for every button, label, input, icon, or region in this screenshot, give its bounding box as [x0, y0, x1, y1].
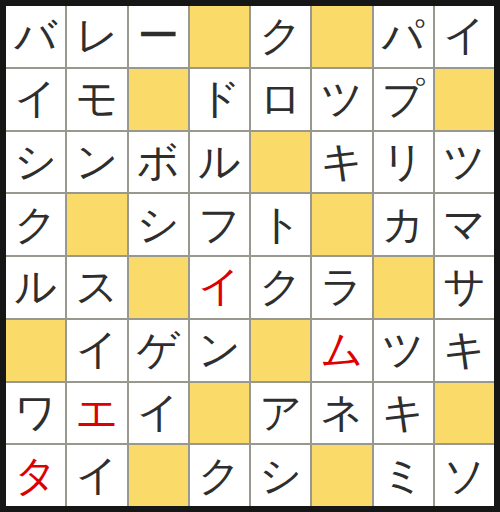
block-cell-r4c2: [67, 194, 126, 255]
letter-cell-r3c6[interactable]: キ: [312, 132, 371, 193]
letter-cell-r5c6[interactable]: ラ: [312, 257, 371, 318]
block-cell-r7c4: [190, 383, 249, 444]
letter-cell-r8c1[interactable]: タ: [6, 445, 65, 506]
letter-cell-r6c4[interactable]: ン: [190, 320, 249, 381]
letter-cell-r6c3[interactable]: ゲ: [129, 320, 188, 381]
block-cell-r1c6: [312, 6, 371, 67]
block-cell-r6c5: [251, 320, 310, 381]
letter-cell-r5c5[interactable]: ク: [251, 257, 310, 318]
letter-cell-r5c4[interactable]: イ: [190, 257, 249, 318]
letter-cell-r7c2[interactable]: エ: [67, 383, 126, 444]
letter-cell-r8c8[interactable]: ソ: [435, 445, 494, 506]
block-cell-r6c1: [6, 320, 65, 381]
letter-cell-r4c1[interactable]: ク: [6, 194, 65, 255]
letter-cell-r3c4[interactable]: ル: [190, 132, 249, 193]
letter-cell-r1c2[interactable]: レ: [67, 6, 126, 67]
letter-cell-r3c8[interactable]: ツ: [435, 132, 494, 193]
letter-cell-r8c4[interactable]: ク: [190, 445, 249, 506]
block-cell-r2c8: [435, 69, 494, 130]
letter-cell-r3c2[interactable]: ン: [67, 132, 126, 193]
letter-cell-r5c1[interactable]: ル: [6, 257, 65, 318]
letter-cell-r2c7[interactable]: プ: [374, 69, 433, 130]
block-cell-r2c3: [129, 69, 188, 130]
letter-cell-r2c2[interactable]: モ: [67, 69, 126, 130]
letter-cell-r8c5[interactable]: シ: [251, 445, 310, 506]
block-cell-r5c3: [129, 257, 188, 318]
letter-cell-r7c6[interactable]: ネ: [312, 383, 371, 444]
letter-cell-r2c4[interactable]: ド: [190, 69, 249, 130]
letter-cell-r4c4[interactable]: フ: [190, 194, 249, 255]
letter-cell-r2c1[interactable]: イ: [6, 69, 65, 130]
letter-cell-r3c1[interactable]: シ: [6, 132, 65, 193]
letter-cell-r6c6[interactable]: ム: [312, 320, 371, 381]
letter-cell-r6c8[interactable]: キ: [435, 320, 494, 381]
letter-cell-r3c7[interactable]: リ: [374, 132, 433, 193]
block-cell-r8c3: [129, 445, 188, 506]
letter-cell-r5c8[interactable]: サ: [435, 257, 494, 318]
letter-cell-r1c5[interactable]: ク: [251, 6, 310, 67]
block-cell-r5c7: [374, 257, 433, 318]
letter-cell-r4c5[interactable]: ト: [251, 194, 310, 255]
block-cell-r1c4: [190, 6, 249, 67]
letter-cell-r2c5[interactable]: ロ: [251, 69, 310, 130]
letter-cell-r4c8[interactable]: マ: [435, 194, 494, 255]
letter-cell-r3c3[interactable]: ボ: [129, 132, 188, 193]
letter-cell-r7c1[interactable]: ワ: [6, 383, 65, 444]
crossword-board: バレークパイイモドロツプシンボルキリツクシフトカマルスイクラサイゲンムツキワエイ…: [0, 0, 500, 512]
letter-cell-r8c2[interactable]: イ: [67, 445, 126, 506]
letter-cell-r7c3[interactable]: イ: [129, 383, 188, 444]
block-cell-r8c6: [312, 445, 371, 506]
letter-cell-r8c7[interactable]: ミ: [374, 445, 433, 506]
letter-cell-r1c8[interactable]: イ: [435, 6, 494, 67]
letter-cell-r6c2[interactable]: イ: [67, 320, 126, 381]
letter-cell-r4c3[interactable]: シ: [129, 194, 188, 255]
letter-cell-r1c7[interactable]: パ: [374, 6, 433, 67]
letter-cell-r7c7[interactable]: キ: [374, 383, 433, 444]
letter-cell-r6c7[interactable]: ツ: [374, 320, 433, 381]
block-cell-r4c6: [312, 194, 371, 255]
letter-cell-r5c2[interactable]: ス: [67, 257, 126, 318]
letter-cell-r1c3[interactable]: ー: [129, 6, 188, 67]
block-cell-r3c5: [251, 132, 310, 193]
letter-cell-r4c7[interactable]: カ: [374, 194, 433, 255]
letter-cell-r1c1[interactable]: バ: [6, 6, 65, 67]
letter-cell-r2c6[interactable]: ツ: [312, 69, 371, 130]
block-cell-r7c8: [435, 383, 494, 444]
letter-cell-r7c5[interactable]: ア: [251, 383, 310, 444]
